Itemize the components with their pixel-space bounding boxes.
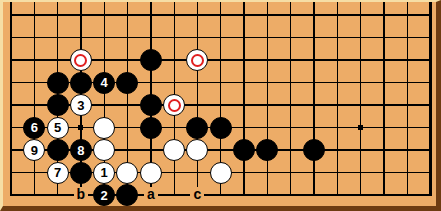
move-number: 8 bbox=[77, 144, 84, 157]
point-label-c: c bbox=[190, 187, 204, 202]
stone-black bbox=[303, 139, 325, 161]
stone-white-marked bbox=[163, 94, 185, 116]
stone-black bbox=[70, 162, 92, 184]
stone-black bbox=[233, 139, 255, 161]
stone-black-move-4: 4 bbox=[93, 72, 115, 94]
stone-black-move-8: 8 bbox=[70, 139, 92, 161]
stone-black bbox=[116, 184, 138, 206]
stone-white-move-7: 7 bbox=[47, 162, 69, 184]
stone-black bbox=[140, 49, 162, 71]
go-board: 436598712bac bbox=[0, 0, 441, 211]
stone-white-marked bbox=[70, 49, 92, 71]
stone-white-move-1: 1 bbox=[93, 162, 115, 184]
stone-white bbox=[93, 139, 115, 161]
move-number: 2 bbox=[101, 189, 108, 202]
stone-white-move-9: 9 bbox=[23, 139, 45, 161]
stone-white-move-3: 3 bbox=[70, 94, 92, 116]
stone-white-marked bbox=[186, 49, 208, 71]
move-number: 3 bbox=[77, 99, 84, 112]
stone-white-move-5: 5 bbox=[47, 117, 69, 139]
stone-black-move-2: 2 bbox=[93, 184, 115, 206]
red-circle-mark bbox=[168, 99, 181, 112]
stone-white bbox=[93, 117, 115, 139]
move-number: 4 bbox=[101, 76, 108, 89]
stone-white bbox=[186, 139, 208, 161]
move-number: 5 bbox=[54, 121, 61, 134]
stone-black bbox=[47, 72, 69, 94]
move-number: 7 bbox=[54, 166, 61, 179]
stone-black bbox=[116, 72, 138, 94]
stone-black bbox=[47, 94, 69, 116]
move-number: 1 bbox=[101, 166, 108, 179]
stone-black bbox=[70, 72, 92, 94]
stone-white bbox=[140, 162, 162, 184]
stone-black bbox=[47, 139, 69, 161]
point-label-b: b bbox=[74, 187, 89, 202]
board-intersections: 436598712bac bbox=[0, 4, 441, 207]
point-label-a: a bbox=[144, 187, 158, 202]
stone-black-move-6: 6 bbox=[23, 117, 45, 139]
stone-black bbox=[140, 94, 162, 116]
move-number: 9 bbox=[31, 144, 38, 157]
stone-black bbox=[256, 139, 278, 161]
stone-black bbox=[210, 117, 232, 139]
stone-black bbox=[140, 117, 162, 139]
red-circle-mark bbox=[191, 54, 204, 67]
stone-white bbox=[116, 162, 138, 184]
stone-white bbox=[210, 162, 232, 184]
move-number: 6 bbox=[31, 121, 38, 134]
stone-white bbox=[163, 139, 185, 161]
red-circle-mark bbox=[74, 54, 87, 67]
stone-black bbox=[186, 117, 208, 139]
